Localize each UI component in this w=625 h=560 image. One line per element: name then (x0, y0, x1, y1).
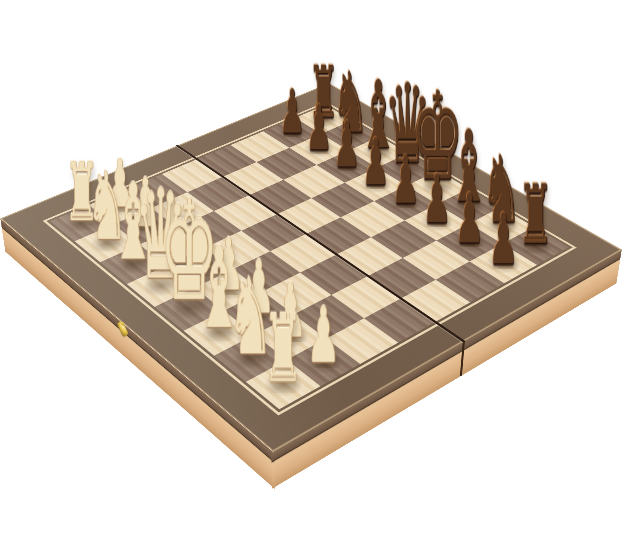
chess-set-photo: ♜♞♝♛♚♝♞♜♟♟♟♟♟♟♟♟♟♟♟♟♟♟♟♟♜♞♝♛♚♝♞♜ (0, 0, 625, 560)
fold-seam-side (460, 340, 465, 377)
chess-board: ♜♞♝♛♚♝♞♜♟♟♟♟♟♟♟♟♟♟♟♟♟♟♟♟♜♞♝♛♚♝♞♜ (0, 83, 622, 452)
black-pawn-h7[interactable]: ♟ (458, 204, 548, 274)
white-rook-h1[interactable]: ♜ (233, 303, 334, 396)
